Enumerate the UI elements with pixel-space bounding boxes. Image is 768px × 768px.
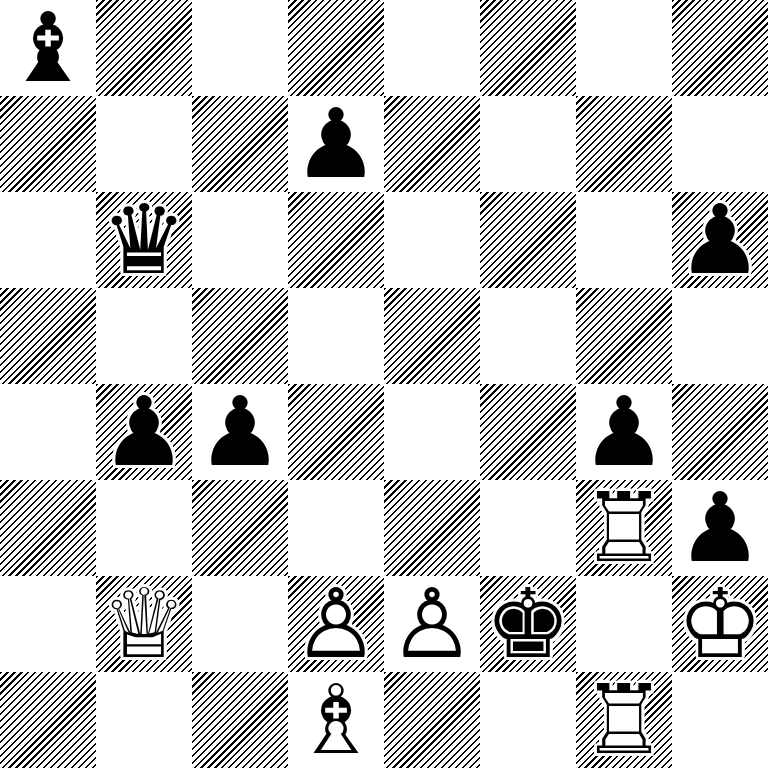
piece-glyph: ♟ xyxy=(96,384,192,480)
square-h4[interactable] xyxy=(672,384,768,480)
piece-glyph: ♟ xyxy=(192,384,288,480)
piece-black-queen-icon: ♛♛ xyxy=(96,192,192,288)
piece-black-pawn-icon: ♟♟ xyxy=(96,384,192,480)
square-d2[interactable]: ♟♙ xyxy=(288,576,384,672)
square-a2[interactable] xyxy=(0,576,96,672)
square-e7[interactable] xyxy=(384,96,480,192)
square-e3[interactable] xyxy=(384,480,480,576)
piece-glyph: ♖ xyxy=(576,480,672,576)
square-b5[interactable] xyxy=(96,288,192,384)
square-h1[interactable] xyxy=(672,672,768,768)
square-h3[interactable]: ♟♟ xyxy=(672,480,768,576)
piece-white-bishop-icon: ♝♗ xyxy=(288,672,384,768)
square-b2[interactable]: ♛♕ xyxy=(96,576,192,672)
square-a5[interactable] xyxy=(0,288,96,384)
square-g8[interactable] xyxy=(576,0,672,96)
piece-black-pawn-icon: ♟♟ xyxy=(672,192,768,288)
square-a8[interactable]: ♝♝ xyxy=(0,0,96,96)
square-c3[interactable] xyxy=(192,480,288,576)
piece-black-pawn-icon: ♟♟ xyxy=(672,480,768,576)
square-d7[interactable]: ♟♟ xyxy=(288,96,384,192)
square-b6[interactable]: ♛♛ xyxy=(96,192,192,288)
square-d8[interactable] xyxy=(288,0,384,96)
piece-white-pawn-icon: ♟♙ xyxy=(288,576,384,672)
square-b7[interactable] xyxy=(96,96,192,192)
square-h6[interactable]: ♟♟ xyxy=(672,192,768,288)
square-b8[interactable] xyxy=(96,0,192,96)
square-e2[interactable]: ♟♙ xyxy=(384,576,480,672)
square-e4[interactable] xyxy=(384,384,480,480)
square-g1[interactable]: ♜♖ xyxy=(576,672,672,768)
square-e6[interactable] xyxy=(384,192,480,288)
piece-glyph: ♙ xyxy=(384,576,480,672)
square-c6[interactable] xyxy=(192,192,288,288)
piece-glyph: ♟ xyxy=(672,192,768,288)
piece-black-bishop-icon: ♝♝ xyxy=(0,0,96,96)
square-b1[interactable] xyxy=(96,672,192,768)
square-g4[interactable]: ♟♟ xyxy=(576,384,672,480)
square-f4[interactable] xyxy=(480,384,576,480)
square-f6[interactable] xyxy=(480,192,576,288)
square-a7[interactable] xyxy=(0,96,96,192)
piece-glyph: ♕ xyxy=(96,576,192,672)
square-h5[interactable] xyxy=(672,288,768,384)
square-b3[interactable] xyxy=(96,480,192,576)
piece-glyph: ♟ xyxy=(288,96,384,192)
square-d4[interactable] xyxy=(288,384,384,480)
piece-white-pawn-icon: ♟♙ xyxy=(384,576,480,672)
square-h7[interactable] xyxy=(672,96,768,192)
square-g7[interactable] xyxy=(576,96,672,192)
square-d3[interactable] xyxy=(288,480,384,576)
piece-glyph: ♟ xyxy=(672,480,768,576)
square-f1[interactable] xyxy=(480,672,576,768)
square-g5[interactable] xyxy=(576,288,672,384)
square-g6[interactable] xyxy=(576,192,672,288)
chess-diagram: ♝♝♟♟♛♛♟♟♟♟♟♟♟♟♜♖♟♟♛♕♟♙♟♙♚♚♚♔♝♗♜♖ xyxy=(0,0,768,768)
square-g3[interactable]: ♜♖ xyxy=(576,480,672,576)
piece-black-king-icon: ♚♚ xyxy=(480,576,576,672)
square-b4[interactable]: ♟♟ xyxy=(96,384,192,480)
square-a3[interactable] xyxy=(0,480,96,576)
piece-glyph: ♝ xyxy=(0,0,96,96)
square-e1[interactable] xyxy=(384,672,480,768)
square-c2[interactable] xyxy=(192,576,288,672)
piece-glyph: ♟ xyxy=(576,384,672,480)
piece-white-queen-icon: ♛♕ xyxy=(96,576,192,672)
piece-white-rook-icon: ♜♖ xyxy=(576,672,672,768)
square-f8[interactable] xyxy=(480,0,576,96)
piece-glyph: ♖ xyxy=(576,672,672,768)
piece-glyph: ♔ xyxy=(672,576,768,672)
square-c4[interactable]: ♟♟ xyxy=(192,384,288,480)
square-c7[interactable] xyxy=(192,96,288,192)
piece-black-pawn-icon: ♟♟ xyxy=(288,96,384,192)
square-c8[interactable] xyxy=(192,0,288,96)
square-c1[interactable] xyxy=(192,672,288,768)
square-d6[interactable] xyxy=(288,192,384,288)
square-a4[interactable] xyxy=(0,384,96,480)
piece-glyph: ♛ xyxy=(96,192,192,288)
square-f5[interactable] xyxy=(480,288,576,384)
piece-white-king-icon: ♚♔ xyxy=(672,576,768,672)
piece-black-pawn-icon: ♟♟ xyxy=(192,384,288,480)
square-d1[interactable]: ♝♗ xyxy=(288,672,384,768)
piece-black-pawn-icon: ♟♟ xyxy=(576,384,672,480)
square-f2[interactable]: ♚♚ xyxy=(480,576,576,672)
chess-board: ♝♝♟♟♛♛♟♟♟♟♟♟♟♟♜♖♟♟♛♕♟♙♟♙♚♚♚♔♝♗♜♖ xyxy=(0,0,768,768)
square-g2[interactable] xyxy=(576,576,672,672)
square-c5[interactable] xyxy=(192,288,288,384)
square-h8[interactable] xyxy=(672,0,768,96)
square-e8[interactable] xyxy=(384,0,480,96)
square-e5[interactable] xyxy=(384,288,480,384)
square-h2[interactable]: ♚♔ xyxy=(672,576,768,672)
piece-glyph: ♙ xyxy=(288,576,384,672)
square-f3[interactable] xyxy=(480,480,576,576)
piece-white-rook-icon: ♜♖ xyxy=(576,480,672,576)
piece-glyph: ♚ xyxy=(480,576,576,672)
square-a6[interactable] xyxy=(0,192,96,288)
square-a1[interactable] xyxy=(0,672,96,768)
square-f7[interactable] xyxy=(480,96,576,192)
piece-glyph: ♗ xyxy=(288,672,384,768)
square-d5[interactable] xyxy=(288,288,384,384)
